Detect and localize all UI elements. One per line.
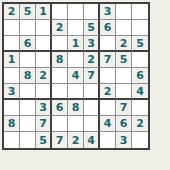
cell-r1c2: 5	[20, 4, 36, 20]
cell-r9c7[interactable]	[100, 132, 116, 148]
cell-r9c4: 7	[52, 132, 68, 148]
cell-r4c7: 7	[100, 52, 116, 68]
cell-r5c9: 6	[132, 68, 148, 84]
cell-r2c2[interactable]	[20, 20, 36, 36]
cell-r9c3: 5	[36, 132, 52, 148]
cell-r6c4[interactable]	[52, 84, 68, 100]
cell-r9c1[interactable]	[4, 132, 20, 148]
cell-r6c8[interactable]	[116, 84, 132, 100]
cell-r5c8[interactable]	[116, 68, 132, 84]
cell-r7c6[interactable]	[84, 100, 100, 116]
sudoku-board-container: 251325661325182758247632436878746257243	[0, 0, 170, 152]
cell-r9c8: 3	[116, 132, 132, 148]
cell-r2c9[interactable]	[132, 20, 148, 36]
cell-r6c7: 2	[100, 84, 116, 100]
cell-r7c4: 6	[52, 100, 68, 116]
cell-r4c9[interactable]	[132, 52, 148, 68]
cell-r4c2[interactable]	[20, 52, 36, 68]
cell-r7c9[interactable]	[132, 100, 148, 116]
cell-r8c4[interactable]	[52, 116, 68, 132]
cell-r6c1: 3	[4, 84, 20, 100]
cell-r7c5: 8	[68, 100, 84, 116]
cell-r4c8: 5	[116, 52, 132, 68]
cell-r3c8: 2	[116, 36, 132, 52]
cell-r4c3[interactable]	[36, 52, 52, 68]
cell-r7c1[interactable]	[4, 100, 20, 116]
cell-r3c5: 1	[68, 36, 84, 52]
cell-r1c3: 1	[36, 4, 52, 20]
cell-r6c2[interactable]	[20, 84, 36, 100]
cell-r9c6: 4	[84, 132, 100, 148]
cell-r4c4: 8	[52, 52, 68, 68]
cell-r5c4[interactable]	[52, 68, 68, 84]
cell-r8c7: 4	[100, 116, 116, 132]
cell-r3c9: 5	[132, 36, 148, 52]
cell-r3c7[interactable]	[100, 36, 116, 52]
cell-r5c6: 7	[84, 68, 100, 84]
cell-r4c1: 1	[4, 52, 20, 68]
cell-r8c9: 2	[132, 116, 148, 132]
cell-r6c9: 4	[132, 84, 148, 100]
cell-r1c9[interactable]	[132, 4, 148, 20]
sudoku-board: 251325661325182758247632436878746257243	[2, 2, 150, 150]
cell-r5c5: 4	[68, 68, 84, 84]
cell-r6c6[interactable]	[84, 84, 100, 100]
cell-r7c8: 7	[116, 100, 132, 116]
cell-r1c7: 3	[100, 4, 116, 20]
cell-r8c3: 7	[36, 116, 52, 132]
cell-r8c6[interactable]	[84, 116, 100, 132]
cell-r8c2[interactable]	[20, 116, 36, 132]
cell-r5c1[interactable]	[4, 68, 20, 84]
cell-r4c6: 2	[84, 52, 100, 68]
cell-r1c5[interactable]	[68, 4, 84, 20]
cell-r9c2[interactable]	[20, 132, 36, 148]
cell-r9c5: 2	[68, 132, 84, 148]
cell-r3c3[interactable]	[36, 36, 52, 52]
cell-r8c8: 6	[116, 116, 132, 132]
cell-r2c6: 5	[84, 20, 100, 36]
cell-r7c2[interactable]	[20, 100, 36, 116]
cell-r1c8[interactable]	[116, 4, 132, 20]
cell-r3c1[interactable]	[4, 36, 20, 52]
cell-r6c3[interactable]	[36, 84, 52, 100]
cell-r5c2: 8	[20, 68, 36, 84]
cell-r7c3: 3	[36, 100, 52, 116]
cell-r5c7[interactable]	[100, 68, 116, 84]
cell-r3c6: 3	[84, 36, 100, 52]
cell-r2c3[interactable]	[36, 20, 52, 36]
cell-r2c5[interactable]	[68, 20, 84, 36]
cell-r4c5[interactable]	[68, 52, 84, 68]
cell-r1c1: 2	[4, 4, 20, 20]
cell-r2c4: 2	[52, 20, 68, 36]
cell-r7c7[interactable]	[100, 100, 116, 116]
cell-r2c7: 6	[100, 20, 116, 36]
cell-r1c6[interactable]	[84, 4, 100, 20]
cell-r2c1[interactable]	[4, 20, 20, 36]
cell-r8c1: 8	[4, 116, 20, 132]
cell-r8c5[interactable]	[68, 116, 84, 132]
cell-r5c3: 2	[36, 68, 52, 84]
cell-r3c2: 6	[20, 36, 36, 52]
cell-r6c5[interactable]	[68, 84, 84, 100]
cell-r1c4[interactable]	[52, 4, 68, 20]
cell-r3c4[interactable]	[52, 36, 68, 52]
cell-r9c9[interactable]	[132, 132, 148, 148]
cell-r2c8[interactable]	[116, 20, 132, 36]
